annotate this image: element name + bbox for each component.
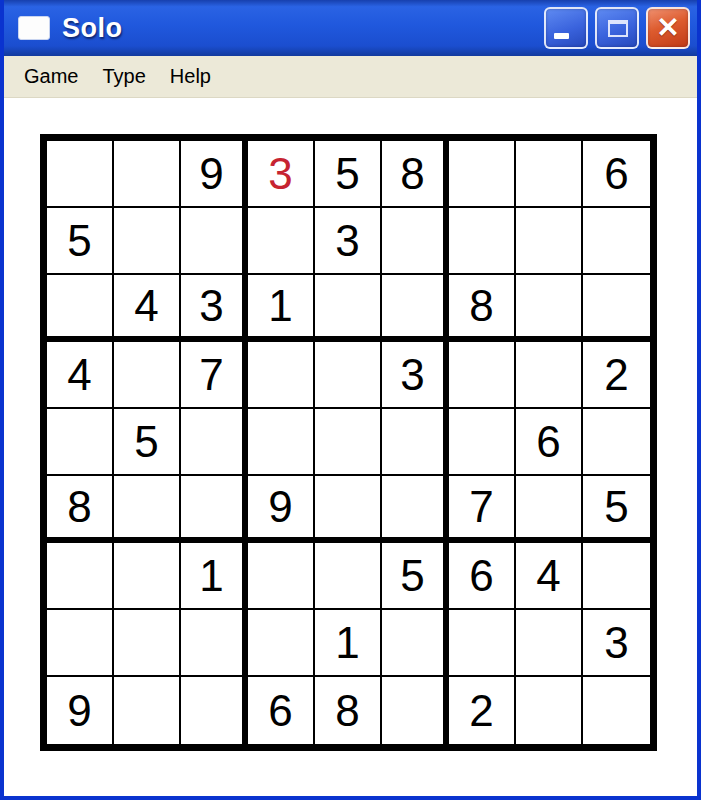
cell-r3c4[interactable]: 1 — [248, 275, 315, 342]
maximize-icon — [608, 20, 628, 37]
cell-r9c3[interactable] — [181, 677, 248, 744]
cell-r4c3[interactable]: 7 — [181, 342, 248, 409]
cell-r7c2[interactable] — [114, 543, 181, 610]
cell-r1c9[interactable]: 6 — [583, 141, 650, 208]
cell-r3c3[interactable]: 3 — [181, 275, 248, 342]
cell-r6c4[interactable]: 9 — [248, 476, 315, 543]
cell-r8c3[interactable] — [181, 610, 248, 677]
cell-r9c4[interactable]: 6 — [248, 677, 315, 744]
titlebar: Solo ✕ — [4, 0, 697, 56]
menu-help[interactable]: Help — [158, 61, 223, 92]
cell-r4c5[interactable] — [315, 342, 382, 409]
cell-r4c4[interactable] — [248, 342, 315, 409]
cell-r9c6[interactable] — [382, 677, 449, 744]
cell-r7c6[interactable]: 5 — [382, 543, 449, 610]
cell-r6c9[interactable]: 5 — [583, 476, 650, 543]
cell-r5c4[interactable] — [248, 409, 315, 476]
cell-r2c7[interactable] — [449, 208, 516, 275]
cell-r1c2[interactable] — [114, 141, 181, 208]
cell-r2c2[interactable] — [114, 208, 181, 275]
cell-r5c2[interactable]: 5 — [114, 409, 181, 476]
cell-r1c5[interactable]: 5 — [315, 141, 382, 208]
cell-r1c4[interactable]: 3 — [248, 141, 315, 208]
cell-r4c9[interactable]: 2 — [583, 342, 650, 409]
titlebar-buttons: ✕ — [544, 7, 690, 49]
cell-r1c1[interactable] — [47, 141, 114, 208]
cell-r2c4[interactable] — [248, 208, 315, 275]
cell-r9c1[interactable]: 9 — [47, 677, 114, 744]
cell-r3c6[interactable] — [382, 275, 449, 342]
cell-r8c8[interactable] — [516, 610, 583, 677]
close-button[interactable]: ✕ — [646, 7, 690, 49]
cell-r8c2[interactable] — [114, 610, 181, 677]
menubar: Game Type Help — [4, 56, 697, 98]
menu-type[interactable]: Type — [90, 61, 157, 92]
cell-r8c9[interactable]: 3 — [583, 610, 650, 677]
cell-r9c9[interactable] — [583, 677, 650, 744]
cell-r7c4[interactable] — [248, 543, 315, 610]
cell-r9c2[interactable] — [114, 677, 181, 744]
cell-r9c5[interactable]: 8 — [315, 677, 382, 744]
cell-r8c6[interactable] — [382, 610, 449, 677]
cell-r7c7[interactable]: 6 — [449, 543, 516, 610]
cell-r6c1[interactable]: 8 — [47, 476, 114, 543]
cell-r8c4[interactable] — [248, 610, 315, 677]
cell-r7c8[interactable]: 4 — [516, 543, 583, 610]
cell-r6c6[interactable] — [382, 476, 449, 543]
cell-r4c7[interactable] — [449, 342, 516, 409]
cell-r7c9[interactable] — [583, 543, 650, 610]
cell-r1c8[interactable] — [516, 141, 583, 208]
cell-r4c8[interactable] — [516, 342, 583, 409]
cell-r5c7[interactable] — [449, 409, 516, 476]
cell-r2c3[interactable] — [181, 208, 248, 275]
cell-r4c2[interactable] — [114, 342, 181, 409]
minimize-button[interactable] — [544, 7, 588, 49]
maximize-button[interactable] — [595, 7, 639, 49]
sudoku-board: 9358653431847325689751564139682 — [40, 134, 657, 751]
cell-r9c8[interactable] — [516, 677, 583, 744]
cell-r8c1[interactable] — [47, 610, 114, 677]
cell-r6c8[interactable] — [516, 476, 583, 543]
window-title: Solo — [62, 13, 123, 44]
cell-r4c1[interactable]: 4 — [47, 342, 114, 409]
cell-r6c5[interactable] — [315, 476, 382, 543]
cell-r5c9[interactable] — [583, 409, 650, 476]
puzzle-area: 9358653431847325689751564139682 — [4, 134, 697, 800]
cell-r1c6[interactable]: 8 — [382, 141, 449, 208]
cell-r3c1[interactable] — [47, 275, 114, 342]
cell-r3c9[interactable] — [583, 275, 650, 342]
cell-r3c8[interactable] — [516, 275, 583, 342]
cell-r8c5[interactable]: 1 — [315, 610, 382, 677]
cell-r9c7[interactable]: 2 — [449, 677, 516, 744]
app-icon — [18, 16, 50, 40]
cell-r6c2[interactable] — [114, 476, 181, 543]
cell-r2c1[interactable]: 5 — [47, 208, 114, 275]
cell-r2c6[interactable] — [382, 208, 449, 275]
cell-r1c7[interactable] — [449, 141, 516, 208]
close-icon: ✕ — [648, 9, 688, 47]
menu-game[interactable]: Game — [12, 61, 90, 92]
cell-r5c5[interactable] — [315, 409, 382, 476]
cell-r7c3[interactable]: 1 — [181, 543, 248, 610]
cell-r3c7[interactable]: 8 — [449, 275, 516, 342]
cell-r6c7[interactable]: 7 — [449, 476, 516, 543]
cell-r7c5[interactable] — [315, 543, 382, 610]
cell-r4c6[interactable]: 3 — [382, 342, 449, 409]
cell-r7c1[interactable] — [47, 543, 114, 610]
cell-r8c7[interactable] — [449, 610, 516, 677]
cell-r5c3[interactable] — [181, 409, 248, 476]
cell-r2c8[interactable] — [516, 208, 583, 275]
cell-r5c6[interactable] — [382, 409, 449, 476]
cell-r6c3[interactable] — [181, 476, 248, 543]
minimize-icon — [554, 33, 569, 39]
cell-r5c1[interactable] — [47, 409, 114, 476]
cell-r2c5[interactable]: 3 — [315, 208, 382, 275]
solo-window: Solo ✕ Game Type Help 935865343184732568… — [0, 0, 701, 800]
cell-r1c3[interactable]: 9 — [181, 141, 248, 208]
cell-r3c5[interactable] — [315, 275, 382, 342]
cell-r5c8[interactable]: 6 — [516, 409, 583, 476]
cell-r3c2[interactable]: 4 — [114, 275, 181, 342]
cell-r2c9[interactable] — [583, 208, 650, 275]
